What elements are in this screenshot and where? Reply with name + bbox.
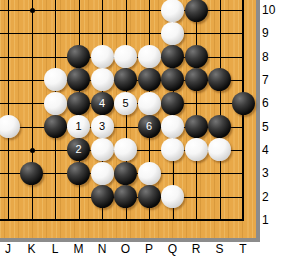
row-label-5: 5 (262, 120, 269, 134)
row-label-9: 9 (262, 26, 269, 40)
column-label-Q: Q (168, 242, 177, 256)
column-label-M: M (74, 242, 84, 256)
white-stone-N7[interactable] (91, 68, 114, 91)
white-stone-Q9[interactable] (161, 22, 184, 45)
black-stone-M6[interactable] (67, 92, 90, 115)
stone-move-number: 2 (75, 144, 81, 155)
row-label-3: 3 (262, 166, 269, 180)
row-label-2: 2 (262, 190, 269, 204)
white-stone-P8[interactable] (138, 45, 161, 68)
column-label-T: T (239, 242, 246, 256)
board-edge-shadow-right (256, 0, 260, 242)
grid-line-row-9 (0, 33, 244, 34)
white-stone-M5-move-1[interactable]: 1 (67, 115, 90, 138)
black-stone-N6-move-4[interactable]: 4 (91, 92, 114, 115)
white-stone-O6-move-5[interactable]: 5 (114, 92, 137, 115)
white-stone-L7[interactable] (44, 68, 67, 91)
black-stone-O2[interactable] (114, 185, 137, 208)
star-point-K10 (30, 8, 35, 13)
black-stone-K3[interactable] (20, 162, 43, 185)
column-label-N: N (98, 242, 107, 256)
stone-move-number: 5 (122, 98, 128, 109)
black-stone-R5[interactable] (185, 115, 208, 138)
black-stone-Q8[interactable] (161, 45, 184, 68)
row-label-6: 6 (262, 96, 269, 110)
black-stone-S5[interactable] (208, 115, 231, 138)
column-label-K: K (27, 242, 35, 256)
white-stone-P3[interactable] (138, 162, 161, 185)
white-stone-N8[interactable] (91, 45, 114, 68)
column-label-R: R (192, 242, 201, 256)
black-stone-R8[interactable] (185, 45, 208, 68)
white-stone-Q10[interactable] (161, 0, 184, 22)
white-stone-Q2[interactable] (161, 185, 184, 208)
white-stone-N5-move-3[interactable]: 3 (91, 115, 114, 138)
grid-line-row-1 (0, 219, 244, 221)
row-label-4: 4 (262, 143, 269, 157)
go-board-diagram: 451362 JKLMNOPQRST10987654321 (0, 0, 284, 260)
column-label-S: S (215, 242, 223, 256)
black-stone-T6[interactable] (232, 92, 255, 115)
column-label-O: O (121, 242, 130, 256)
row-label-10: 10 (262, 3, 275, 17)
stone-move-number: 4 (99, 98, 105, 109)
black-stone-R10[interactable] (185, 0, 208, 22)
column-label-L: L (52, 242, 59, 256)
white-stone-R4[interactable] (185, 138, 208, 161)
stone-move-number: 3 (99, 121, 105, 132)
black-stone-R7[interactable] (185, 68, 208, 91)
stone-move-number: 1 (75, 121, 81, 132)
black-stone-P2[interactable] (138, 185, 161, 208)
column-label-P: P (145, 242, 153, 256)
black-stone-M3[interactable] (67, 162, 90, 185)
row-label-8: 8 (262, 50, 269, 64)
star-point-K4 (30, 148, 35, 153)
black-stone-P5-move-6[interactable]: 6 (138, 115, 161, 138)
row-label-7: 7 (262, 73, 269, 87)
column-label-J: J (5, 242, 11, 256)
black-stone-O3[interactable] (114, 162, 137, 185)
white-stone-N4[interactable] (91, 138, 114, 161)
black-stone-M8[interactable] (67, 45, 90, 68)
black-stone-L5[interactable] (44, 115, 67, 138)
black-stone-P7[interactable] (138, 68, 161, 91)
white-stone-N3[interactable] (91, 162, 114, 185)
white-stone-O8[interactable] (114, 45, 137, 68)
white-stone-P6[interactable] (138, 92, 161, 115)
black-stone-Q6[interactable] (161, 92, 184, 115)
white-stone-Q5[interactable] (161, 115, 184, 138)
black-stone-N2[interactable] (91, 185, 114, 208)
row-label-1: 1 (262, 213, 269, 227)
white-stone-L6[interactable] (44, 92, 67, 115)
stone-move-number: 6 (146, 121, 152, 132)
